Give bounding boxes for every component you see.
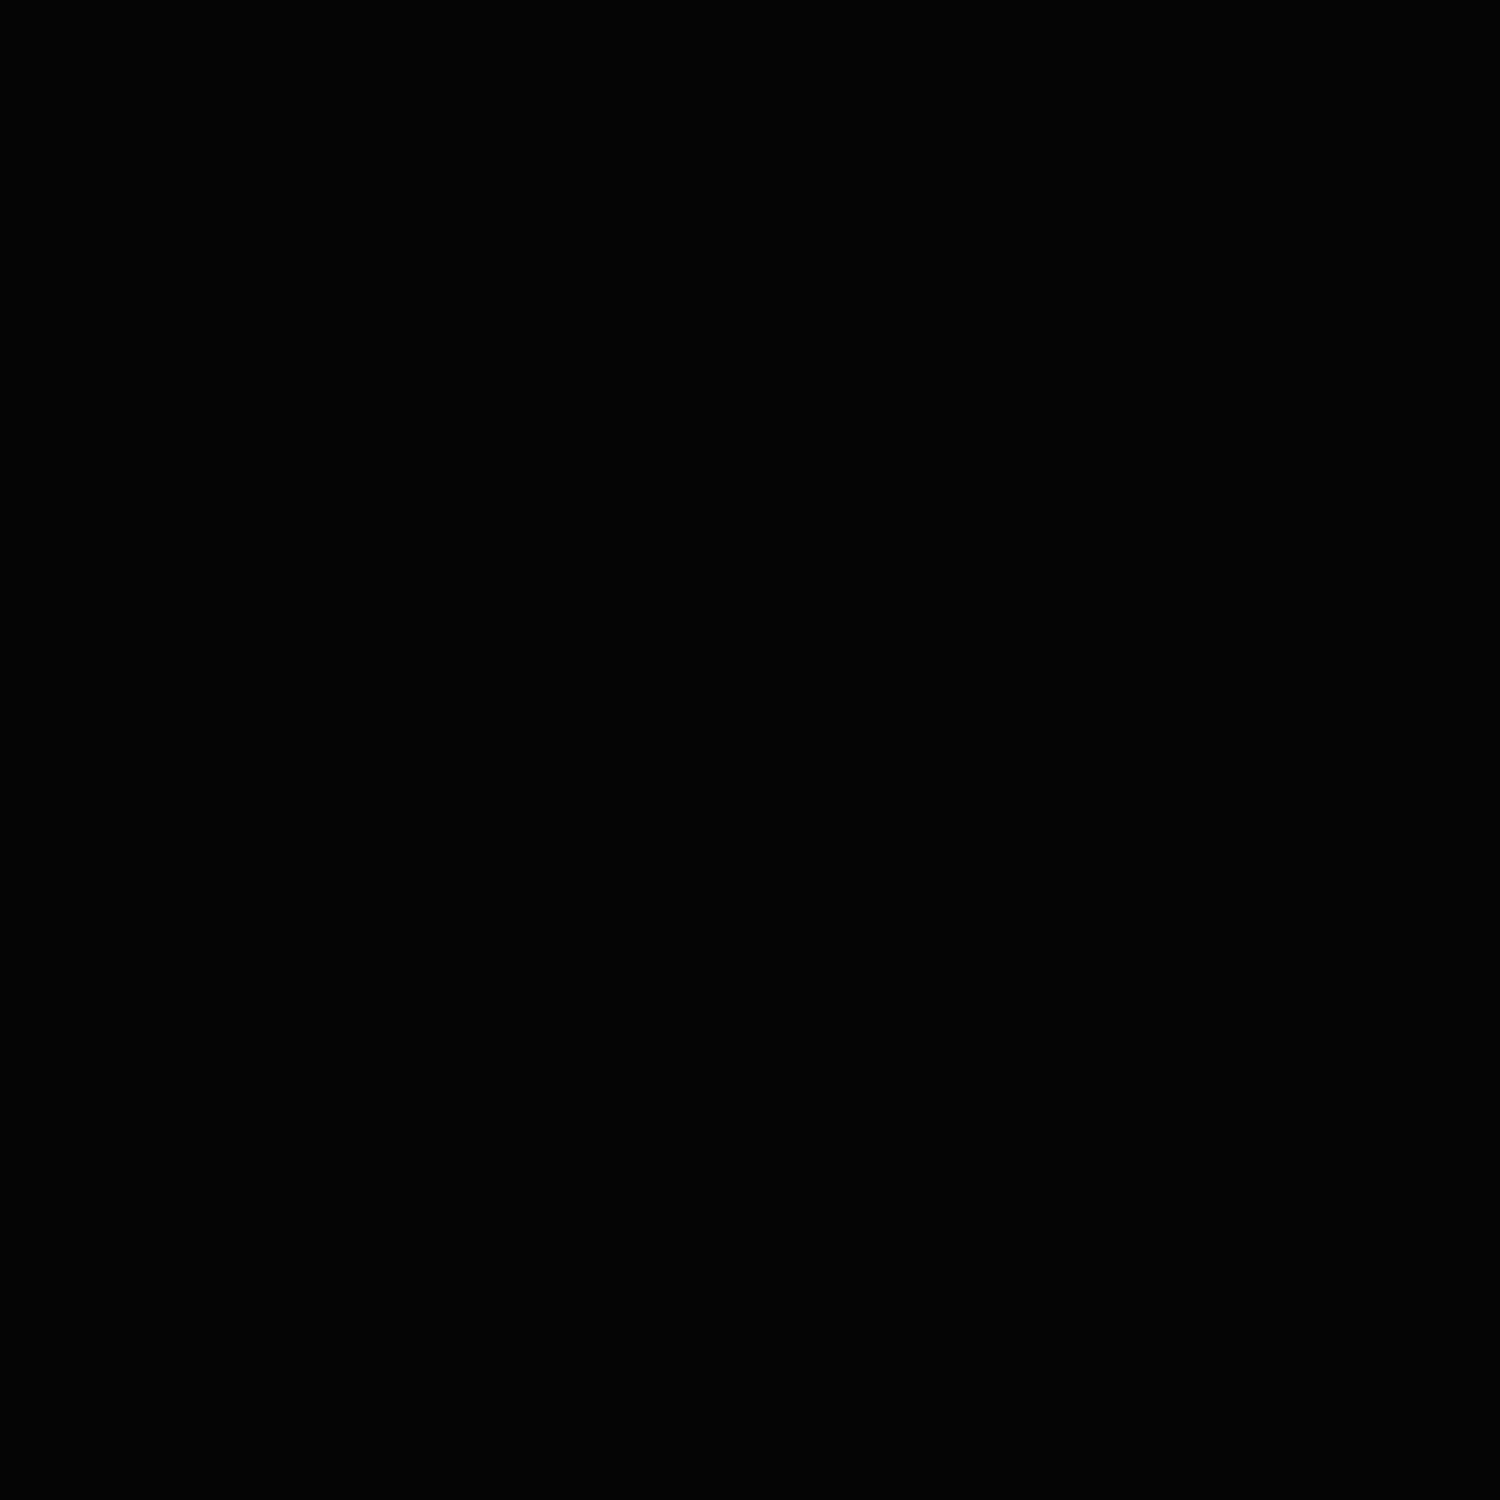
chessboard-photo (0, 0, 1500, 1500)
scene-svg (0, 0, 1500, 1500)
